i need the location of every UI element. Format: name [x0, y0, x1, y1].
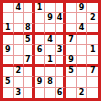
sudoku-cell-r6c7[interactable]: 9: [66, 56, 77, 67]
sudoku-cell-r3c8[interactable]: 4: [77, 24, 88, 35]
sudoku-cell-r4c5[interactable]: 4: [45, 35, 56, 45]
sudoku-cell-r7c2[interactable]: 2: [14, 67, 25, 77]
sudoku-cell-r2c2[interactable]: [14, 13, 25, 23]
sudoku-cell-r2c6[interactable]: 4: [56, 13, 67, 23]
sudoku-cell-r7c4[interactable]: [35, 67, 46, 77]
sudoku-cell-r5c1[interactable]: 9: [3, 45, 14, 55]
sudoku-cell-r9c7[interactable]: [66, 88, 77, 98]
sudoku-cell-r8c5[interactable]: 8: [45, 77, 56, 87]
sudoku-cell-r1c8[interactable]: 9: [77, 3, 88, 13]
sudoku-cell-r8c1[interactable]: 5: [3, 77, 14, 87]
sudoku-cell-r9c1[interactable]: [3, 88, 14, 98]
sudoku-cell-r3c1[interactable]: 1: [3, 24, 14, 35]
sudoku-cell-r2c5[interactable]: 9: [45, 13, 56, 23]
sudoku-cell-r9c3[interactable]: [24, 88, 35, 98]
sudoku-cell-r9c5[interactable]: [45, 88, 56, 98]
sudoku-cell-r8c7[interactable]: [66, 77, 77, 87]
sudoku-cell-r2c4[interactable]: [35, 13, 46, 23]
sudoku-cell-r6c5[interactable]: 1: [45, 56, 56, 67]
sudoku-cell-r1c6[interactable]: [56, 3, 67, 13]
sudoku-cell-r6c6[interactable]: [56, 56, 67, 67]
sudoku-cell-r2c9[interactable]: 2: [87, 13, 98, 23]
sudoku-cell-r8c4[interactable]: 9: [35, 77, 46, 87]
sudoku-cell-r9c2[interactable]: 3: [14, 88, 25, 98]
sudoku-cell-r3c3[interactable]: 8: [24, 24, 35, 35]
sudoku-cell-r2c7[interactable]: [66, 13, 77, 23]
sudoku-cell-r5c6[interactable]: 3: [56, 45, 67, 55]
sudoku-cell-r9c4[interactable]: [35, 88, 46, 98]
sudoku-cell-r4c4[interactable]: [35, 35, 46, 45]
sudoku-cell-r7c1[interactable]: [3, 67, 14, 77]
sudoku-cell-r1c3[interactable]: [24, 3, 35, 13]
sudoku-cell-r7c8[interactable]: [77, 67, 88, 77]
sudoku-cell-r8c8[interactable]: [77, 77, 88, 87]
sudoku-cell-r1c9[interactable]: [87, 3, 98, 13]
sudoku-cell-r6c9[interactable]: [87, 56, 98, 67]
sudoku-cell-r5c9[interactable]: 1: [87, 45, 98, 55]
sudoku-cell-r5c8[interactable]: [77, 45, 88, 55]
sudoku-cell-r7c5[interactable]: [45, 67, 56, 77]
sudoku-cell-r4c9[interactable]: [87, 35, 98, 45]
sudoku-cell-r3c5[interactable]: [45, 24, 56, 35]
sudoku-cell-r7c6[interactable]: [56, 67, 67, 77]
sudoku-cell-r8c3[interactable]: [24, 77, 35, 87]
sudoku-cell-r9c6[interactable]: 6: [56, 88, 67, 98]
sudoku-cell-r1c1[interactable]: [3, 3, 14, 13]
sudoku-cell-r1c5[interactable]: [45, 3, 56, 13]
sudoku-cell-r7c3[interactable]: [24, 67, 35, 77]
sudoku-cell-r4c1[interactable]: [3, 35, 14, 45]
sudoku-cell-r7c7[interactable]: 5: [66, 67, 77, 77]
sudoku-cell-r9c8[interactable]: 2: [77, 88, 88, 98]
sudoku-cell-r8c6[interactable]: [56, 77, 67, 87]
sudoku-cell-r9c9[interactable]: [87, 88, 98, 98]
sudoku-cell-r3c7[interactable]: [66, 24, 77, 35]
sudoku-cell-r6c8[interactable]: [77, 56, 88, 67]
sudoku-cell-r5c2[interactable]: [14, 45, 25, 55]
sudoku-cell-r7c9[interactable]: 7: [87, 67, 98, 77]
sudoku-cell-r8c9[interactable]: [87, 77, 98, 87]
sudoku-cell-r4c3[interactable]: 5: [24, 35, 35, 45]
sudoku-cell-r4c7[interactable]: 7: [66, 35, 77, 45]
sudoku-cell-r4c8[interactable]: [77, 35, 88, 45]
sudoku-cell-r3c9[interactable]: [87, 24, 98, 35]
sudoku-cell-r1c7[interactable]: [66, 3, 77, 13]
sudoku-cell-r3c4[interactable]: [35, 24, 46, 35]
sudoku-cell-r6c4[interactable]: [35, 56, 46, 67]
sudoku-cell-r4c2[interactable]: [14, 35, 25, 45]
sudoku-cell-r1c2[interactable]: 4: [14, 3, 25, 13]
sudoku-cell-r5c4[interactable]: 6: [35, 45, 46, 55]
sudoku-cell-r4c6[interactable]: [56, 35, 67, 45]
sudoku-cell-r6c3[interactable]: 7: [24, 56, 35, 67]
sudoku-cell-r1c4[interactable]: 1: [35, 3, 46, 13]
sudoku-cell-r3c2[interactable]: [14, 24, 25, 35]
sudoku-cell-r8c2[interactable]: [14, 77, 25, 87]
sudoku-cell-r3c6[interactable]: [56, 24, 67, 35]
sudoku-board: 4199421845479631719257598362: [0, 0, 101, 101]
sudoku-cell-r6c1[interactable]: [3, 56, 14, 67]
sudoku-cell-r6c2[interactable]: [14, 56, 25, 67]
